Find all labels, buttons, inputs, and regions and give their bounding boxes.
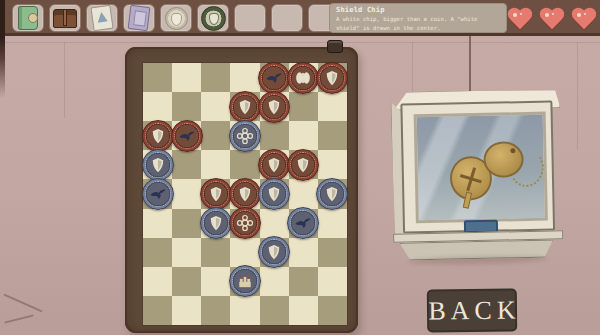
case-front bbox=[400, 100, 555, 233]
cell-r7c1[interactable] bbox=[172, 267, 201, 296]
board-grid bbox=[142, 62, 348, 326]
slot-sailboat-card[interactable] bbox=[86, 4, 118, 32]
cell-r4c2[interactable] bbox=[201, 179, 230, 208]
cell-r3c6[interactable] bbox=[318, 150, 347, 179]
cell-r2c2[interactable] bbox=[201, 121, 230, 150]
hearts bbox=[507, 8, 597, 31]
cell-r7c0[interactable] bbox=[143, 267, 172, 296]
cross-icon bbox=[457, 164, 484, 191]
case-hanging-wire bbox=[469, 36, 471, 98]
back-button[interactable]: BACK bbox=[427, 289, 517, 333]
cell-r8c2[interactable] bbox=[201, 296, 230, 325]
cell-r2c0[interactable] bbox=[143, 121, 172, 150]
chip-blue-shield[interactable] bbox=[142, 149, 174, 181]
wall-seam-vertical-right bbox=[577, 42, 578, 150]
cell-r4c6[interactable] bbox=[318, 179, 347, 208]
cell-r8c6[interactable] bbox=[318, 296, 347, 325]
cell-r6c6[interactable] bbox=[318, 238, 347, 267]
shield-icon bbox=[265, 97, 284, 116]
slot-empty[interactable] bbox=[234, 4, 266, 32]
cell-r8c1[interactable] bbox=[172, 296, 201, 325]
shield-icon bbox=[265, 243, 284, 262]
cell-r8c4[interactable] bbox=[260, 296, 289, 325]
slot-white-chip[interactable] bbox=[160, 4, 192, 32]
board-mount-knob bbox=[327, 40, 343, 53]
cell-r5c0[interactable] bbox=[143, 209, 172, 238]
cell-r1c4[interactable] bbox=[260, 92, 289, 121]
cell-r6c3[interactable] bbox=[230, 238, 259, 267]
cell-r7c2[interactable] bbox=[201, 267, 230, 296]
inventory bbox=[12, 4, 340, 32]
slot-wooden-chest[interactable] bbox=[49, 4, 81, 32]
tooltip-title: Shield Chip bbox=[336, 6, 500, 14]
castle-icon bbox=[235, 272, 254, 291]
cell-r3c1[interactable] bbox=[172, 150, 201, 179]
item-tooltip: Shield Chip A white chip, bigger than a … bbox=[329, 3, 507, 33]
chip-red-shield[interactable] bbox=[258, 149, 290, 181]
chip-red-bird[interactable] bbox=[171, 120, 203, 152]
shield-icon bbox=[206, 184, 225, 203]
cell-r2c5[interactable] bbox=[289, 121, 318, 150]
slot-empty[interactable] bbox=[271, 4, 303, 32]
slot-green-book[interactable] bbox=[12, 4, 44, 32]
shield-icon bbox=[265, 155, 284, 174]
cell-r6c0[interactable] bbox=[143, 238, 172, 267]
shield-icon bbox=[265, 184, 284, 203]
cell-r6c1[interactable] bbox=[172, 238, 201, 267]
chip-red-shield[interactable] bbox=[229, 91, 261, 123]
cell-r5c2[interactable] bbox=[201, 209, 230, 238]
shield-icon bbox=[148, 126, 167, 145]
ornate-icon bbox=[235, 214, 254, 233]
cell-r6c2[interactable] bbox=[201, 238, 230, 267]
shield-icon bbox=[235, 184, 254, 203]
shield-icon bbox=[294, 155, 313, 174]
chip-blue-ornate[interactable] bbox=[229, 120, 261, 152]
wall-seam-vertical-mid bbox=[412, 42, 413, 96]
chip-red-shield[interactable] bbox=[316, 62, 348, 94]
cell-r5c5[interactable] bbox=[289, 209, 318, 238]
chip-red-shield[interactable] bbox=[287, 149, 319, 181]
case-glass[interactable] bbox=[414, 112, 548, 224]
wall-seam-vertical-left bbox=[64, 42, 65, 118]
cell-r0c4[interactable] bbox=[260, 63, 289, 92]
cell-r2c6[interactable] bbox=[318, 121, 347, 150]
cell-r8c3[interactable] bbox=[230, 296, 259, 325]
cell-r4c0[interactable] bbox=[143, 179, 172, 208]
cell-r0c6[interactable] bbox=[318, 63, 347, 92]
cell-r8c5[interactable] bbox=[289, 296, 318, 325]
bird-icon bbox=[265, 68, 284, 87]
cell-r6c4[interactable] bbox=[260, 238, 289, 267]
top-bar: Shield Chip A white chip, bigger than a … bbox=[0, 0, 600, 36]
shield-icon bbox=[323, 68, 342, 87]
cell-r4c4[interactable] bbox=[260, 179, 289, 208]
chip-red-shield[interactable] bbox=[142, 120, 174, 152]
chip-blue-bird[interactable] bbox=[142, 178, 174, 210]
item-green-chip bbox=[198, 5, 228, 31]
cell-r4c5[interactable] bbox=[289, 179, 318, 208]
wall-scribble bbox=[4, 314, 34, 323]
cell-r2c3[interactable] bbox=[230, 121, 259, 150]
ornate-icon bbox=[235, 126, 254, 145]
cell-r3c0[interactable] bbox=[143, 150, 172, 179]
item-wooden-chest bbox=[50, 5, 80, 31]
cell-r2c1[interactable] bbox=[172, 121, 201, 150]
heart-icon bbox=[539, 8, 565, 31]
heart-icon bbox=[571, 8, 597, 31]
cell-r1c2[interactable] bbox=[201, 92, 230, 121]
chip-blue-shield[interactable] bbox=[316, 178, 348, 210]
item-green-book bbox=[13, 5, 43, 31]
shield-icon bbox=[323, 184, 342, 203]
cell-r2c4[interactable] bbox=[260, 121, 289, 150]
tooltip-body: A white chip, bigger than a coin. A "whi… bbox=[336, 15, 500, 32]
wall-corner-shadow bbox=[0, 0, 5, 98]
slot-green-chip[interactable] bbox=[197, 4, 229, 32]
moth-icon bbox=[294, 68, 313, 87]
cell-r0c3[interactable] bbox=[230, 63, 259, 92]
cell-r1c6[interactable] bbox=[318, 92, 347, 121]
cell-r3c5[interactable] bbox=[289, 150, 318, 179]
wall-seam-horizontal bbox=[0, 42, 600, 43]
cell-r0c1[interactable] bbox=[172, 63, 201, 92]
cell-r7c3[interactable] bbox=[230, 267, 259, 296]
cell-r1c3[interactable] bbox=[230, 92, 259, 121]
chip-blue-shield[interactable] bbox=[258, 236, 290, 268]
chip-blue-shield[interactable] bbox=[200, 207, 232, 239]
slot-purple-card[interactable] bbox=[123, 4, 155, 32]
chip-red-shield[interactable] bbox=[258, 91, 290, 123]
chip-blue-bird[interactable] bbox=[287, 207, 319, 239]
cell-r3c3[interactable] bbox=[230, 150, 259, 179]
chip-red-ornate[interactable] bbox=[229, 207, 261, 239]
chip-red-bird[interactable] bbox=[258, 62, 290, 94]
shield-icon bbox=[148, 155, 167, 174]
cell-r3c2[interactable] bbox=[201, 150, 230, 179]
cell-r8c0[interactable] bbox=[143, 296, 172, 325]
cell-r3c4[interactable] bbox=[260, 150, 289, 179]
cell-r1c1[interactable] bbox=[172, 92, 201, 121]
cell-r0c5[interactable] bbox=[289, 63, 318, 92]
chip-red-shield[interactable] bbox=[200, 178, 232, 210]
cell-r5c4[interactable] bbox=[260, 209, 289, 238]
cell-r7c4[interactable] bbox=[260, 267, 289, 296]
chip-blue-shield[interactable] bbox=[258, 178, 290, 210]
display-case bbox=[390, 88, 568, 272]
chip-red-moth[interactable] bbox=[287, 62, 319, 94]
cell-r1c5[interactable] bbox=[289, 92, 318, 121]
cell-r0c2[interactable] bbox=[201, 63, 230, 92]
shield-icon bbox=[235, 97, 254, 116]
shield-icon bbox=[206, 214, 225, 233]
bird-icon bbox=[148, 184, 167, 203]
bird-icon bbox=[177, 126, 196, 145]
cell-r5c6[interactable] bbox=[318, 209, 347, 238]
cell-r5c3[interactable] bbox=[230, 209, 259, 238]
item-white-chip bbox=[161, 5, 191, 31]
cell-r1c0[interactable] bbox=[143, 92, 172, 121]
cell-r7c5[interactable] bbox=[289, 267, 318, 296]
cell-r4c3[interactable] bbox=[230, 179, 259, 208]
cell-r4c1[interactable] bbox=[172, 179, 201, 208]
game-scene: Shield Chip A white chip, bigger than a … bbox=[0, 0, 600, 335]
cell-r6c5[interactable] bbox=[289, 238, 318, 267]
wall-scribble bbox=[3, 294, 42, 313]
chip-red-shield[interactable] bbox=[229, 178, 261, 210]
chip-blue-castle[interactable] bbox=[229, 265, 261, 297]
cell-r5c1[interactable] bbox=[172, 209, 201, 238]
item-sailboat-card bbox=[87, 5, 117, 31]
bird-icon bbox=[294, 214, 313, 233]
item-purple-card bbox=[124, 5, 154, 31]
cell-r7c6[interactable] bbox=[318, 267, 347, 296]
cell-r0c0[interactable] bbox=[143, 63, 172, 92]
puzzle-board bbox=[125, 47, 358, 333]
heart-icon bbox=[507, 8, 533, 31]
